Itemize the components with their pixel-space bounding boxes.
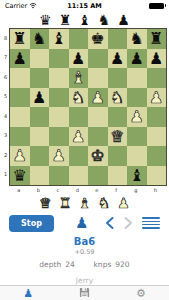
square-g2[interactable] [127,146,147,166]
tab-boards[interactable]: Boards [56,287,112,300]
square-d5[interactable]: ♞ [69,88,89,108]
tray-white-queen[interactable]: ♛ [39,196,52,210]
square-c5[interactable] [49,88,69,108]
square-h6[interactable] [147,68,167,88]
black-rook: ♜ [149,29,163,49]
file-label-h: h [146,186,166,194]
tray-white-pawn[interactable]: ♟ [117,196,130,210]
tray-white-bishop[interactable]: ♝ [78,196,91,210]
square-f2[interactable] [108,146,128,166]
file-label-b: b [29,186,49,194]
square-h5[interactable]: ♟ [147,88,167,108]
black-knight: ♞ [130,29,144,49]
white-knight: ♞ [71,88,85,108]
square-b6[interactable] [30,68,50,88]
black-pawn: ♟ [32,88,46,108]
square-e1[interactable] [88,166,108,186]
pawn-icon: ♟ [23,288,33,300]
engine-stats: depth24 knps920 [0,260,169,269]
white-pawn: ♟ [149,88,163,108]
square-d4[interactable] [69,107,89,127]
tray-black-queen[interactable]: ♛ [39,13,52,27]
square-h2[interactable] [147,146,167,166]
white-pawn: ♟ [71,127,85,147]
next-move-button[interactable] [123,216,134,230]
depth-value: 24 [65,260,75,269]
square-f1[interactable] [108,166,128,186]
square-d8[interactable] [69,29,89,49]
square-c3[interactable] [49,127,69,147]
square-g3[interactable] [127,127,147,147]
rank-label-3: 3 [2,126,9,146]
black-queen: ♛ [13,166,27,186]
white-pawn: ♟ [91,88,105,108]
square-b5[interactable]: ♟ [30,88,50,108]
square-a7[interactable]: ♟ [10,49,30,69]
square-b8[interactable]: ♞ [30,29,50,49]
rank-label-4: 4 [2,106,9,126]
black-pawn: ♟ [149,49,163,69]
file-label-g: g [126,186,146,194]
square-f8[interactable] [108,29,128,49]
square-c4[interactable] [49,107,69,127]
square-d7[interactable]: ♟ [69,49,89,69]
rank-labels: 87654321 [2,28,9,186]
square-d3[interactable]: ♟ [69,127,89,147]
black-pawn: ♟ [130,49,144,69]
square-e8[interactable]: ♚ [88,29,108,49]
square-d1[interactable] [69,166,89,186]
square-g5[interactable] [127,88,147,108]
rank-label-6: 6 [2,67,9,87]
square-e4[interactable] [88,107,108,127]
white-pawn: ♟ [52,146,66,166]
square-a4[interactable] [10,107,30,127]
file-label-c: c [48,186,68,194]
black-pawn: ♟ [110,49,124,69]
square-g8[interactable]: ♞ [127,29,147,49]
square-e6[interactable] [88,68,108,88]
file-label-d: d [68,186,88,194]
board-area: 87654321 ♜♞♝♚♞♜♟♟♟♟♟♝♟♞♟♞♟♟♟♛♟♟♚♛♝ [2,28,169,186]
square-f7[interactable]: ♟ [108,49,128,69]
square-b2[interactable] [30,146,50,166]
square-d6[interactable]: ♝ [69,68,89,88]
evaluation-score: +0.59 [0,248,169,256]
square-g4[interactable]: ♟ [127,107,147,127]
tab-settings[interactable]: ⚙ Settings [113,288,169,300]
black-king: ♚ [91,29,105,49]
square-f3[interactable]: ♛ [108,127,128,147]
square-a3[interactable] [10,127,30,147]
square-c7[interactable] [49,49,69,69]
white-pawn: ♟ [13,146,27,166]
square-c2[interactable]: ♟ [49,146,69,166]
white-pawn: ♟ [130,107,144,127]
stop-button[interactable]: Stop [9,215,54,232]
square-a2[interactable]: ♟ [10,146,30,166]
black-piece-tray: ♛♜♝♞♟ [0,11,169,28]
square-d2[interactable] [69,146,89,166]
square-a6[interactable] [10,68,30,88]
tray-black-bishop[interactable]: ♝ [78,13,91,27]
black-pawn: ♟ [71,49,85,69]
square-c6[interactable] [49,68,69,88]
square-b4[interactable] [30,107,50,127]
rank-label-1: 1 [2,165,9,185]
white-queen: ♛ [110,127,124,147]
white-piece-tray: ♛♜♝♞♟ [0,194,169,211]
square-b1[interactable] [30,166,50,186]
black-knight: ♞ [32,29,46,49]
white-bishop: ♝ [71,68,85,88]
engine-name: Jerry [0,276,169,285]
square-g6[interactable] [127,68,147,88]
knps-label: knps [94,260,112,269]
black-pawn: ♟ [13,49,27,69]
square-h4[interactable] [147,107,167,127]
best-move-text[interactable]: Ba6 [0,236,169,247]
previous-move-button[interactable] [104,216,115,230]
knps-value: 920 [115,260,129,269]
tab-ncm[interactable]: ♟ NCM [0,288,56,300]
rank-label-8: 8 [2,28,9,48]
floppy-disk-icon [79,287,90,300]
black-rook: ♜ [13,29,27,49]
battery-icon [149,3,164,9]
turn-indicator-pawn-icon[interactable]: ♟ [75,216,88,231]
square-h8[interactable]: ♜ [147,29,167,49]
square-h7[interactable]: ♟ [147,49,167,69]
square-g7[interactable]: ♟ [127,49,147,69]
square-c1[interactable] [49,166,69,186]
square-a1[interactable]: ♛ [10,166,30,186]
clock: 11:15 AM [0,2,169,10]
square-f5[interactable]: ♞ [108,88,128,108]
tray-black-pawn[interactable]: ♟ [117,13,130,27]
square-b3[interactable] [30,127,50,147]
rank-label-2: 2 [2,145,9,165]
square-f4[interactable] [108,107,128,127]
square-b7[interactable] [30,49,50,69]
menu-icon[interactable] [142,217,160,228]
square-h3[interactable] [147,127,167,147]
square-c8[interactable]: ♝ [49,29,69,49]
engine-controls: Stop ♟ [0,213,169,233]
depth-label: depth [39,260,61,269]
file-label-f: f [107,186,127,194]
rank-label-7: 7 [2,48,9,68]
board: ♜♞♝♚♞♜♟♟♟♟♟♝♟♞♟♞♟♟♟♛♟♟♚♛♝ [9,28,167,186]
square-h1[interactable] [147,166,167,186]
square-a5[interactable] [10,88,30,108]
rank-label-5: 5 [2,87,9,107]
file-label-a: a [9,186,29,194]
square-f6[interactable] [108,68,128,88]
square-g1[interactable]: ♝ [127,166,147,186]
square-a8[interactable]: ♜ [10,29,30,49]
tray-black-knight[interactable]: ♞ [98,13,111,27]
tray-black-rook[interactable]: ♜ [59,13,72,27]
square-e2[interactable]: ♚ [88,146,108,166]
tray-white-knight[interactable]: ♞ [98,196,111,210]
chevron-left-icon [104,216,115,230]
gear-icon: ⚙ [136,288,146,300]
white-king: ♚ [91,146,105,166]
tab-bar: ♟ NCM Boards ⚙ Settings [0,285,169,300]
file-labels: abcdefgh [9,186,169,194]
square-e5[interactable]: ♟ [88,88,108,108]
chevron-right-icon [123,216,134,230]
white-knight: ♞ [110,88,124,108]
tray-white-rook[interactable]: ♜ [59,196,72,210]
black-bishop: ♝ [52,29,66,49]
file-label-e: e [87,186,107,194]
status-bar: Carrier 11:15 AM [0,0,169,11]
square-e3[interactable] [88,127,108,147]
square-e7[interactable] [88,49,108,69]
black-bishop: ♝ [130,166,144,186]
